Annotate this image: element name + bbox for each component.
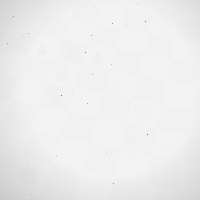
white-pawn[interactable]: ♙ [152, 138, 184, 158]
white-king[interactable]: ♔ [149, 11, 176, 35]
board-maker-emblem-icon [163, 158, 200, 199]
square-f7[interactable] [143, 33, 175, 58]
square-e2[interactable] [83, 143, 121, 177]
square-h5[interactable] [192, 86, 200, 115]
black-pawn[interactable]: ♟ [39, 89, 69, 108]
square-f4[interactable]: ♕ [127, 99, 162, 129]
black-pawn[interactable]: ♟ [29, 40, 57, 58]
black-queen[interactable]: ♛ [48, 60, 77, 85]
square-c4[interactable]: ♟ [39, 83, 75, 112]
white-queen[interactable]: ♕ [127, 99, 157, 125]
white-bishop[interactable]: ♗ [104, 73, 133, 95]
chessboard-photo: ♔♟♝♟♛♗♟♕♙♞♚ [0, 0, 200, 200]
black-pawn[interactable]: ♟ [83, 50, 111, 68]
black-king[interactable]: ♚ [11, 159, 44, 189]
square-f1[interactable] [107, 177, 146, 200]
square-e1[interactable] [74, 171, 114, 200]
